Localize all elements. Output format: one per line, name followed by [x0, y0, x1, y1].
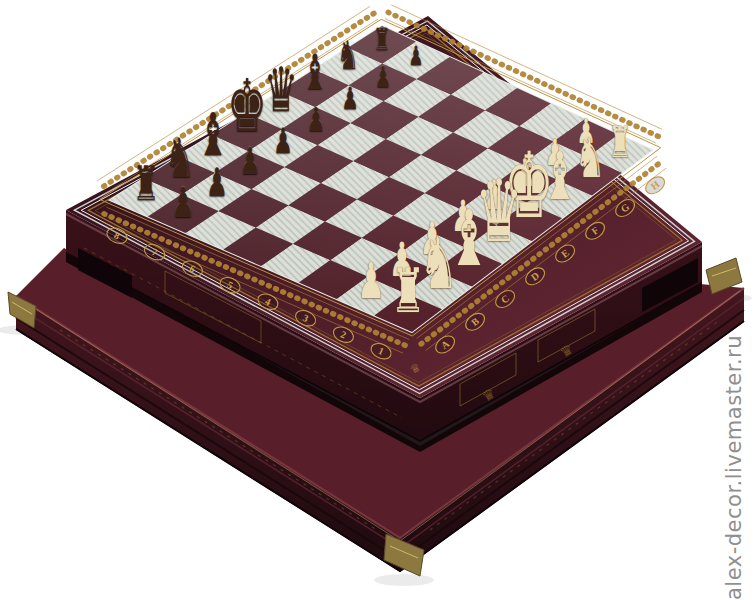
- watermark-text: alex-decor.livemaster.ru: [722, 226, 746, 600]
- chess-set-photo: ♛ ♛ ABCDEFGH12345678♕ ♜♟♞♟♝♟♛♟♚♟♟♜♝♟♟♞♞♟…: [0, 0, 756, 600]
- foot-shadow: [374, 574, 434, 586]
- file-label-H: H: [643, 173, 668, 197]
- chess-board: ♛ ♛ ABCDEFGH12345678♕: [0, 0, 756, 600]
